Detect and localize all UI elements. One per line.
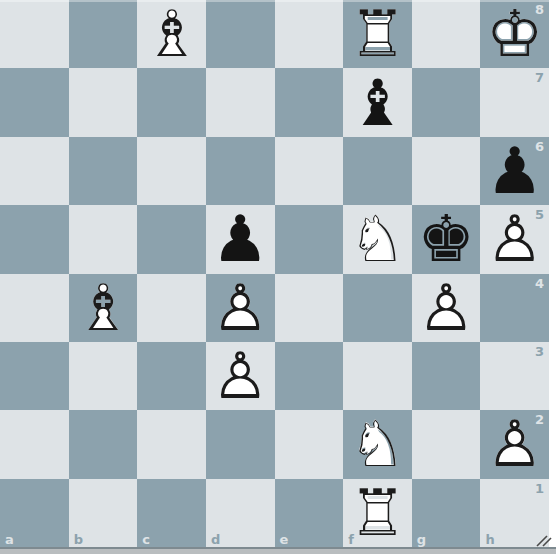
square-h5[interactable]: 5♟♙: [480, 205, 549, 273]
piece-black-bishop[interactable]: ♝: [343, 68, 412, 136]
square-g2[interactable]: [412, 410, 481, 478]
rank-label-3: 3: [535, 345, 544, 358]
square-e6[interactable]: [275, 137, 344, 205]
file-label-a: a: [5, 533, 14, 546]
king-fill: ♚: [412, 205, 481, 273]
pawn-outline: ♙: [206, 274, 275, 342]
square-c2[interactable]: [137, 410, 206, 478]
king-outline: ♔: [480, 0, 549, 68]
square-h4[interactable]: 4: [480, 274, 549, 342]
board-bottom-edge: [0, 547, 556, 554]
rank-label-1: 1: [535, 482, 544, 495]
square-d6[interactable]: [206, 137, 275, 205]
square-c4[interactable]: [137, 274, 206, 342]
square-d4[interactable]: ♟♙: [206, 274, 275, 342]
square-c1[interactable]: c: [137, 479, 206, 547]
square-f5[interactable]: ♞♘: [343, 205, 412, 273]
piece-black-pawn[interactable]: ♟: [480, 137, 549, 205]
pawn-fill: ♟: [480, 137, 549, 205]
piece-white-pawn[interactable]: ♟♙: [480, 205, 549, 273]
pawn-outline: ♙: [480, 410, 549, 478]
square-f2[interactable]: ♞♘: [343, 410, 412, 478]
square-b1[interactable]: b: [69, 479, 138, 547]
square-e2[interactable]: [275, 410, 344, 478]
file-label-d: d: [211, 533, 220, 546]
square-d1[interactable]: d: [206, 479, 275, 547]
file-label-g: g: [417, 533, 426, 546]
rook-outline: ♖: [343, 0, 412, 68]
square-b6[interactable]: [69, 137, 138, 205]
piece-white-pawn[interactable]: ♟♙: [206, 342, 275, 410]
square-e8[interactable]: [275, 0, 344, 68]
pawn-fill: ♟: [206, 205, 275, 273]
square-h6[interactable]: 6♟: [480, 137, 549, 205]
pawn-outline: ♙: [480, 205, 549, 273]
square-b2[interactable]: [69, 410, 138, 478]
piece-black-pawn[interactable]: ♟: [206, 205, 275, 273]
square-g1[interactable]: g: [412, 479, 481, 547]
piece-white-pawn[interactable]: ♟♙: [480, 410, 549, 478]
square-e5[interactable]: [275, 205, 344, 273]
square-e7[interactable]: [275, 68, 344, 136]
chess-board-page: ♝♗♜♖8♚♔♝76♟♟♞♘♚5♟♙♝♗♟♙♟♙4♟♙3♞♘2♟♙abcdef♜…: [0, 0, 556, 554]
square-c6[interactable]: [137, 137, 206, 205]
square-g5[interactable]: ♚: [412, 205, 481, 273]
knight-outline: ♘: [343, 205, 412, 273]
rank-label-4: 4: [535, 277, 544, 290]
square-f6[interactable]: [343, 137, 412, 205]
piece-white-pawn[interactable]: ♟♙: [206, 274, 275, 342]
knight-outline: ♘: [343, 410, 412, 478]
square-h2[interactable]: 2♟♙: [480, 410, 549, 478]
square-c3[interactable]: [137, 342, 206, 410]
square-h8[interactable]: 8♚♔: [480, 0, 549, 68]
square-d8[interactable]: [206, 0, 275, 68]
piece-white-king[interactable]: ♚♔: [480, 0, 549, 68]
square-e1[interactable]: e: [275, 479, 344, 547]
square-b7[interactable]: [69, 68, 138, 136]
board-resize-handle-icon[interactable]: [536, 532, 552, 546]
square-c5[interactable]: [137, 205, 206, 273]
file-label-b: b: [74, 533, 83, 546]
square-a5[interactable]: [0, 205, 69, 273]
square-d5[interactable]: ♟: [206, 205, 275, 273]
piece-white-knight[interactable]: ♞♘: [343, 205, 412, 273]
piece-black-king[interactable]: ♚: [412, 205, 481, 273]
square-g6[interactable]: [412, 137, 481, 205]
square-f1[interactable]: f♜♖: [343, 479, 412, 547]
square-a3[interactable]: [0, 342, 69, 410]
square-c8[interactable]: ♝♗: [137, 0, 206, 68]
file-label-c: c: [142, 533, 150, 546]
square-h3[interactable]: 3: [480, 342, 549, 410]
square-f4[interactable]: [343, 274, 412, 342]
file-label-h: h: [485, 533, 494, 546]
square-a4[interactable]: [0, 274, 69, 342]
piece-white-rook[interactable]: ♜♖: [343, 479, 412, 547]
square-g7[interactable]: [412, 68, 481, 136]
bishop-outline: ♗: [137, 0, 206, 68]
square-b8[interactable]: [69, 0, 138, 68]
piece-white-bishop[interactable]: ♝♗: [69, 274, 138, 342]
file-label-e: e: [280, 533, 289, 546]
square-g4[interactable]: ♟♙: [412, 274, 481, 342]
square-f8[interactable]: ♜♖: [343, 0, 412, 68]
square-b5[interactable]: [69, 205, 138, 273]
square-h7[interactable]: 7: [480, 68, 549, 136]
chess-board: ♝♗♜♖8♚♔♝76♟♟♞♘♚5♟♙♝♗♟♙♟♙4♟♙3♞♘2♟♙abcdef♜…: [0, 0, 549, 547]
square-a7[interactable]: [0, 68, 69, 136]
pawn-outline: ♙: [412, 274, 481, 342]
square-d2[interactable]: [206, 410, 275, 478]
square-d7[interactable]: [206, 68, 275, 136]
square-c7[interactable]: [137, 68, 206, 136]
square-e3[interactable]: [275, 342, 344, 410]
piece-white-pawn[interactable]: ♟♙: [412, 274, 481, 342]
square-a8[interactable]: [0, 0, 69, 68]
square-f7[interactable]: ♝: [343, 68, 412, 136]
square-a1[interactable]: a: [0, 479, 69, 547]
square-b3[interactable]: [69, 342, 138, 410]
bishop-fill: ♝: [343, 68, 412, 136]
square-g3[interactable]: [412, 342, 481, 410]
piece-white-knight[interactable]: ♞♘: [343, 410, 412, 478]
bishop-outline: ♗: [69, 274, 138, 342]
rook-outline: ♖: [343, 479, 412, 547]
piece-white-rook[interactable]: ♜♖: [343, 0, 412, 68]
square-a2[interactable]: [0, 410, 69, 478]
rank-label-7: 7: [535, 71, 544, 84]
square-g8[interactable]: [412, 0, 481, 68]
pawn-outline: ♙: [206, 342, 275, 410]
square-a6[interactable]: [0, 137, 69, 205]
piece-white-bishop[interactable]: ♝♗: [137, 0, 206, 68]
square-f3[interactable]: [343, 342, 412, 410]
square-b4[interactable]: ♝♗: [69, 274, 138, 342]
square-d3[interactable]: ♟♙: [206, 342, 275, 410]
square-e4[interactable]: [275, 274, 344, 342]
